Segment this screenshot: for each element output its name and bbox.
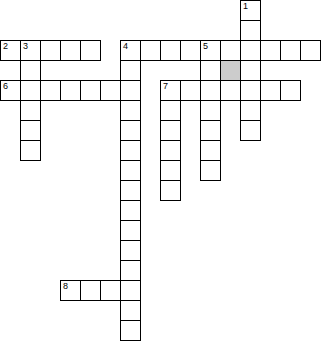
cell-r4-c11[interactable]: [220, 80, 241, 101]
cell-r4-c13[interactable]: [260, 80, 281, 101]
cell-r3-c11-shaded[interactable]: [220, 60, 241, 81]
cell-r6-c6[interactable]: [120, 120, 141, 141]
cell-r5-c1[interactable]: [20, 100, 41, 121]
cell-r5-c8[interactable]: [160, 100, 181, 121]
clue-number-5: 5: [203, 41, 208, 51]
clue-number-4: 4: [123, 41, 128, 51]
cell-r4-c0[interactable]: 6: [0, 80, 21, 101]
cell-r1-c12[interactable]: [240, 20, 261, 41]
cell-r2-c3[interactable]: [60, 40, 81, 61]
cell-r2-c8[interactable]: [160, 40, 181, 61]
cell-r4-c4[interactable]: [80, 80, 101, 101]
cell-r4-c9[interactable]: [180, 80, 201, 101]
cell-r6-c12[interactable]: [240, 120, 261, 141]
cell-r2-c13[interactable]: [260, 40, 281, 61]
cell-r6-c1[interactable]: [20, 120, 41, 141]
cell-r11-c6[interactable]: [120, 220, 141, 241]
cell-r13-c6[interactable]: [120, 260, 141, 281]
cell-r4-c1[interactable]: [20, 80, 41, 101]
cell-r7-c1[interactable]: [20, 140, 41, 161]
cell-r9-c8[interactable]: [160, 180, 181, 201]
cell-r9-c6[interactable]: [120, 180, 141, 201]
cell-r4-c5[interactable]: [100, 80, 121, 101]
clue-number-8: 8: [63, 281, 68, 291]
cell-r3-c10[interactable]: [200, 60, 221, 81]
cell-r4-c2[interactable]: [40, 80, 61, 101]
cell-r4-c8[interactable]: 7: [160, 80, 181, 101]
cell-r2-c7[interactable]: [140, 40, 161, 61]
clue-number-6: 6: [3, 81, 8, 91]
cell-r4-c14[interactable]: [280, 80, 301, 101]
cell-r2-c1[interactable]: 3: [20, 40, 41, 61]
cell-r2-c14[interactable]: [280, 40, 301, 61]
cell-r2-c12[interactable]: [240, 40, 261, 61]
cell-r14-c5[interactable]: [100, 280, 121, 301]
cell-r5-c6[interactable]: [120, 100, 141, 121]
cell-r4-c12[interactable]: [240, 80, 261, 101]
clue-number-7: 7: [163, 81, 168, 91]
cell-r2-c0[interactable]: 2: [0, 40, 21, 61]
cell-r2-c4[interactable]: [80, 40, 101, 61]
cell-r14-c3[interactable]: 8: [60, 280, 81, 301]
cell-r2-c9[interactable]: [180, 40, 201, 61]
cell-r5-c10[interactable]: [200, 100, 221, 121]
clue-number-1: 1: [243, 1, 248, 11]
cell-r6-c10[interactable]: [200, 120, 221, 141]
cell-r2-c6[interactable]: 4: [120, 40, 141, 61]
cell-r5-c12[interactable]: [240, 100, 261, 121]
crossword-board: 12345678: [0, 0, 321, 341]
cell-r4-c3[interactable]: [60, 80, 81, 101]
cell-r8-c6[interactable]: [120, 160, 141, 181]
cell-r7-c6[interactable]: [120, 140, 141, 161]
cell-r15-c6[interactable]: [120, 300, 141, 321]
clue-number-3: 3: [23, 41, 28, 51]
cell-r8-c8[interactable]: [160, 160, 181, 181]
cell-r14-c4[interactable]: [80, 280, 101, 301]
cell-r2-c10[interactable]: 5: [200, 40, 221, 61]
cell-r2-c15[interactable]: [300, 40, 321, 61]
cell-r7-c8[interactable]: [160, 140, 181, 161]
cell-r4-c10[interactable]: [200, 80, 221, 101]
cell-r4-c6[interactable]: [120, 80, 141, 101]
cell-r3-c12[interactable]: [240, 60, 261, 81]
cell-r0-c12[interactable]: 1: [240, 0, 261, 21]
cell-r7-c10[interactable]: [200, 140, 221, 161]
cell-r10-c6[interactable]: [120, 200, 141, 221]
cell-r2-c11[interactable]: [220, 40, 241, 61]
cell-r6-c8[interactable]: [160, 120, 181, 141]
cell-r12-c6[interactable]: [120, 240, 141, 261]
cell-r14-c6[interactable]: [120, 280, 141, 301]
cell-r16-c6[interactable]: [120, 320, 141, 341]
clue-number-2: 2: [3, 41, 8, 51]
cell-r8-c10[interactable]: [200, 160, 221, 181]
cell-r3-c1[interactable]: [20, 60, 41, 81]
cell-r2-c2[interactable]: [40, 40, 61, 61]
cell-r3-c6[interactable]: [120, 60, 141, 81]
